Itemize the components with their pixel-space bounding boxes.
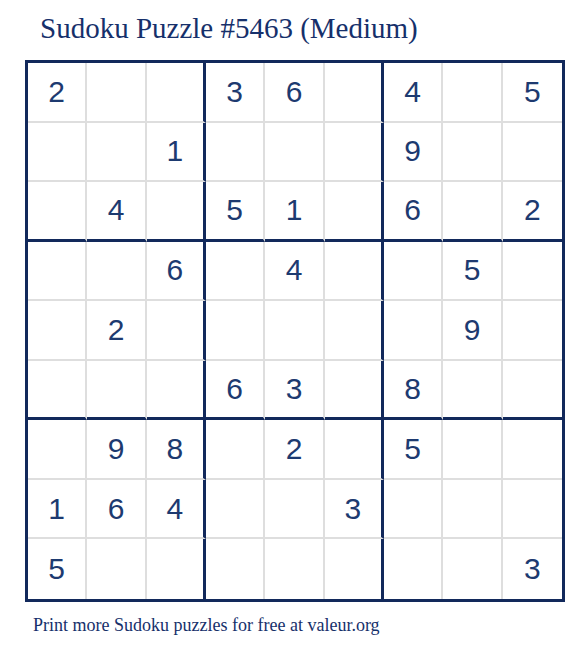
cell-r7c4 — [206, 420, 265, 480]
cell-r7c2: 9 — [87, 420, 146, 480]
page-title: Sudoku Puzzle #5463 (Medium) — [40, 12, 418, 45]
cell-r7c8 — [443, 420, 502, 480]
cell-r8c4 — [206, 480, 265, 540]
cell-r8c6: 3 — [325, 480, 384, 540]
cell-r3c8 — [443, 182, 502, 242]
cell-r7c7: 5 — [384, 420, 443, 480]
cell-r7c5: 2 — [265, 420, 324, 480]
cell-r4c9 — [503, 242, 562, 302]
cell-r9c2 — [87, 539, 146, 599]
cell-r8c8 — [443, 480, 502, 540]
cell-r3c9: 2 — [503, 182, 562, 242]
cell-r5c6 — [325, 301, 384, 361]
cell-r9c4 — [206, 539, 265, 599]
cell-r3c2: 4 — [87, 182, 146, 242]
cell-r1c7: 4 — [384, 63, 443, 123]
cell-r8c7 — [384, 480, 443, 540]
cell-r3c5: 1 — [265, 182, 324, 242]
cell-r3c6 — [325, 182, 384, 242]
cell-r4c7 — [384, 242, 443, 302]
cell-r2c3: 1 — [147, 123, 206, 183]
cell-r9c1: 5 — [28, 539, 87, 599]
cell-r2c8 — [443, 123, 502, 183]
cell-r8c5 — [265, 480, 324, 540]
cell-r3c7: 6 — [384, 182, 443, 242]
cell-r5c8: 9 — [443, 301, 502, 361]
cell-r8c1: 1 — [28, 480, 87, 540]
cell-r3c4: 5 — [206, 182, 265, 242]
cell-r3c1 — [28, 182, 87, 242]
cell-r5c3 — [147, 301, 206, 361]
cell-r7c6 — [325, 420, 384, 480]
cell-r4c6 — [325, 242, 384, 302]
cell-r4c3: 6 — [147, 242, 206, 302]
cell-r6c3 — [147, 361, 206, 421]
cell-r3c3 — [147, 182, 206, 242]
cell-r4c1 — [28, 242, 87, 302]
cell-r9c7 — [384, 539, 443, 599]
cell-r6c6 — [325, 361, 384, 421]
cell-r4c2 — [87, 242, 146, 302]
cell-r1c1: 2 — [28, 63, 87, 123]
cell-r9c3 — [147, 539, 206, 599]
cell-r1c3 — [147, 63, 206, 123]
cell-r9c5 — [265, 539, 324, 599]
sudoku-board: 2 3 6 4 5 1 9 4 5 1 6 2 6 4 5 — [25, 60, 565, 602]
cell-r9c6 — [325, 539, 384, 599]
cell-r5c9 — [503, 301, 562, 361]
sudoku-page: Sudoku Puzzle #5463 (Medium) 2 3 6 4 5 1… — [0, 0, 574, 651]
cell-r6c4: 6 — [206, 361, 265, 421]
cell-r6c5: 3 — [265, 361, 324, 421]
cell-r2c7: 9 — [384, 123, 443, 183]
cell-r5c1 — [28, 301, 87, 361]
cell-r1c8 — [443, 63, 502, 123]
cell-r5c5 — [265, 301, 324, 361]
cell-r8c2: 6 — [87, 480, 146, 540]
cell-r7c3: 8 — [147, 420, 206, 480]
cell-r6c7: 8 — [384, 361, 443, 421]
cell-r7c1 — [28, 420, 87, 480]
cell-r4c5: 4 — [265, 242, 324, 302]
cell-r6c8 — [443, 361, 502, 421]
cell-r4c4 — [206, 242, 265, 302]
cell-r2c4 — [206, 123, 265, 183]
cell-r1c6 — [325, 63, 384, 123]
cell-r1c5: 6 — [265, 63, 324, 123]
cell-r6c2 — [87, 361, 146, 421]
cell-r2c6 — [325, 123, 384, 183]
cell-r8c9 — [503, 480, 562, 540]
cell-r5c7 — [384, 301, 443, 361]
footer-note: Print more Sudoku puzzles for free at va… — [33, 615, 380, 636]
cell-r8c3: 4 — [147, 480, 206, 540]
cell-r2c5 — [265, 123, 324, 183]
cell-r5c2: 2 — [87, 301, 146, 361]
cell-r9c8 — [443, 539, 502, 599]
cell-r1c2 — [87, 63, 146, 123]
cell-r5c4 — [206, 301, 265, 361]
cell-r4c8: 5 — [443, 242, 502, 302]
cell-r7c9 — [503, 420, 562, 480]
cell-r2c1 — [28, 123, 87, 183]
cell-r9c9: 3 — [503, 539, 562, 599]
cell-r6c1 — [28, 361, 87, 421]
cell-r1c9: 5 — [503, 63, 562, 123]
cell-r2c9 — [503, 123, 562, 183]
cell-r2c2 — [87, 123, 146, 183]
cell-r1c4: 3 — [206, 63, 265, 123]
cell-r6c9 — [503, 361, 562, 421]
